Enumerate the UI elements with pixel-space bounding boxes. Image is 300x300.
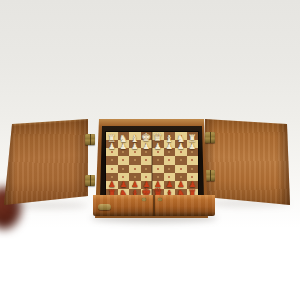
board-square [164,132,176,140]
board-square [187,132,199,140]
board-square [129,181,141,189]
board-square [164,140,176,148]
board-square [106,140,118,148]
board-square [129,148,141,156]
board-square [118,181,130,189]
board-square [152,156,164,164]
board-square [175,173,187,181]
board-square [152,173,164,181]
board-square [164,156,176,164]
board-square [106,156,118,164]
board-square [187,148,199,156]
board-square [118,173,130,181]
board-square [187,156,199,164]
board-square [106,181,118,189]
brass-hinge-icon [85,134,95,145]
board-square [175,181,187,189]
board-square [152,165,164,173]
photo-travel-chess-set: ♜♞♝♚♛♝♞♜♟♟♟♟♟♟♟♟♟♟♟♟♟♟♟♟♜♞♝♚♛♝♞♜ [0,0,300,300]
board-square [118,156,130,164]
board-square [164,148,176,156]
board-square [187,165,199,173]
board-square [118,140,130,148]
open-left-lid [4,119,88,205]
box-drop-shadow [91,213,217,223]
board-square [187,173,199,181]
board-square [129,173,141,181]
board-square [175,148,187,156]
board-square [164,181,176,189]
board-square [129,165,141,173]
board-square [164,173,176,181]
board-square [106,165,118,173]
board-square [175,156,187,164]
board-square [175,140,187,148]
board-square [118,165,130,173]
board-square [129,132,141,140]
brass-latch-icon [98,204,111,210]
board-square [175,132,187,140]
board-square [175,165,187,173]
board-square [118,148,130,156]
board-square [187,181,199,189]
board-square [129,140,141,148]
board-square [106,173,118,181]
board-square [152,132,164,140]
board-square [187,140,199,148]
brass-hinge-icon [85,175,95,186]
brass-hinge-icon [205,132,215,143]
board-square [152,181,164,189]
brass-tack-icon [158,198,162,201]
board-square [152,140,164,148]
board-square [118,132,130,140]
board-square [106,148,118,156]
board-square [129,156,141,164]
brass-hinge-icon [205,170,215,181]
open-right-lid [205,117,290,205]
board-square [164,165,176,173]
board-square [106,132,118,140]
brass-tack-icon [142,198,146,201]
board-fold-seam [151,132,153,197]
board-square [152,148,164,156]
